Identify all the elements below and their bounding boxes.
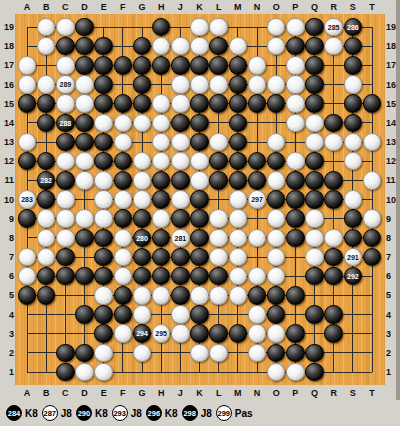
stone-S6[interactable]: 292 (344, 267, 363, 286)
recent-moves-bar: 284K8287J8290K8293J8296K8298J8299Pas (6, 401, 396, 425)
column-label-G: G (135, 1, 149, 13)
column-label-M: M (231, 387, 245, 399)
stone-M11[interactable] (229, 171, 248, 190)
stone-P16[interactable] (286, 75, 305, 94)
stone-D15[interactable] (75, 94, 94, 113)
stone-M15[interactable] (229, 94, 248, 113)
stone-M8[interactable] (229, 229, 248, 248)
stone-C9[interactable] (56, 209, 75, 228)
stone-C14[interactable]: 288 (56, 114, 75, 133)
stone-A16[interactable] (18, 75, 37, 94)
stone-H5[interactable] (152, 286, 171, 305)
stone-O11[interactable] (267, 171, 286, 190)
move-287-location: J8 (61, 408, 72, 419)
stone-D4[interactable] (75, 305, 94, 324)
row-label-3: 3 (1, 328, 14, 340)
column-label-K: K (193, 387, 207, 399)
stone-R14[interactable] (324, 114, 343, 133)
move-298-location: J8 (201, 408, 212, 419)
stone-J3[interactable] (171, 324, 190, 343)
stone-D14[interactable] (75, 114, 94, 133)
stone-D19[interactable] (75, 18, 94, 37)
stone-L15[interactable] (209, 94, 228, 113)
row-label-11: 11 (1, 174, 14, 186)
stone-S15[interactable] (344, 94, 363, 113)
row-label-19: 19 (1, 21, 14, 33)
row-label-7: 7 (1, 251, 14, 263)
stone-P15[interactable] (286, 94, 305, 113)
stone-G10[interactable] (133, 190, 152, 209)
column-label-Q: Q (308, 387, 322, 399)
stone-P19[interactable] (286, 18, 305, 37)
stone-C16[interactable]: 289 (56, 75, 75, 94)
column-label-H: H (154, 387, 168, 399)
move-299-location: Pas (235, 408, 253, 419)
stone-F8[interactable] (114, 229, 133, 248)
stone-N15[interactable] (248, 94, 267, 113)
stone-F11[interactable] (114, 171, 133, 190)
stone-M3[interactable] (229, 324, 248, 343)
stone-N16[interactable] (248, 75, 267, 94)
stone-L11[interactable] (209, 171, 228, 190)
stone-N11[interactable] (248, 171, 267, 190)
stone-B16[interactable] (37, 75, 56, 94)
stone-C13[interactable] (56, 133, 75, 152)
stone-Q10[interactable] (305, 190, 324, 209)
stone-E17[interactable] (94, 56, 113, 75)
move-number-label: 294 (134, 325, 151, 342)
row-label-14: 14 (1, 117, 14, 129)
stone-M14[interactable] (229, 114, 248, 133)
stone-N17[interactable] (248, 56, 267, 75)
move-287-white-stone-icon: 287 (42, 405, 58, 421)
stone-N10[interactable]: 297 (248, 190, 267, 209)
stone-G15[interactable] (133, 94, 152, 113)
stone-P3[interactable] (286, 324, 305, 343)
stone-Q6[interactable] (305, 267, 324, 286)
stone-K9[interactable] (190, 209, 209, 228)
stone-T9[interactable] (363, 209, 382, 228)
move-298-black-stone-icon: 298 (182, 405, 198, 421)
stone-Q9[interactable] (305, 209, 324, 228)
stone-P18[interactable] (286, 37, 305, 56)
column-label-D: D (78, 1, 92, 13)
stone-J4[interactable] (171, 305, 190, 324)
stone-L7[interactable] (209, 248, 228, 267)
stone-K17[interactable] (190, 56, 209, 75)
stone-L3[interactable] (209, 324, 228, 343)
stone-Q7[interactable] (305, 248, 324, 267)
stone-F5[interactable] (114, 286, 133, 305)
move-296-black-stone-icon: 296 (146, 405, 162, 421)
stone-P2[interactable] (286, 344, 305, 363)
move-number-label: 289 (57, 76, 74, 93)
column-label-E: E (97, 1, 111, 13)
row-label-2: 2 (1, 347, 14, 359)
stone-G16[interactable] (133, 75, 152, 94)
stone-C6[interactable] (56, 267, 75, 286)
stone-Q12[interactable] (305, 152, 324, 171)
column-label-R: R (327, 1, 341, 13)
stone-A5[interactable] (18, 286, 37, 305)
stone-D1[interactable] (75, 363, 94, 382)
stone-A15[interactable] (18, 94, 37, 113)
stone-C8[interactable] (56, 229, 75, 248)
column-label-A: A (20, 1, 34, 13)
stone-M17[interactable] (229, 56, 248, 75)
stone-N5[interactable] (248, 286, 267, 305)
stone-E15[interactable] (94, 94, 113, 113)
stone-C1[interactable] (56, 363, 75, 382)
stone-E5[interactable] (94, 286, 113, 305)
stone-K10[interactable] (190, 190, 209, 209)
stone-S17[interactable] (344, 56, 363, 75)
stone-J6[interactable] (171, 267, 190, 286)
stone-D12[interactable] (75, 152, 94, 171)
stone-T11[interactable] (363, 171, 382, 190)
stone-S7[interactable]: 291 (344, 248, 363, 267)
stone-E8[interactable] (94, 229, 113, 248)
stone-E11[interactable] (94, 171, 113, 190)
column-label-N: N (250, 387, 264, 399)
row-label-1: 1 (1, 366, 14, 378)
stone-J15[interactable] (171, 94, 190, 113)
stone-J14[interactable] (171, 114, 190, 133)
stone-J12[interactable] (171, 152, 190, 171)
column-label-N: N (250, 1, 264, 13)
stone-H3[interactable]: 295 (152, 324, 171, 343)
move-entry-290: 290K8 (76, 405, 108, 421)
stone-R3[interactable] (324, 324, 343, 343)
stone-R13[interactable] (324, 133, 343, 152)
stone-L8[interactable] (209, 229, 228, 248)
move-299-white-stone-icon: 299 (216, 405, 232, 421)
stone-K6[interactable] (190, 267, 209, 286)
stone-P10[interactable] (286, 190, 305, 209)
stone-K11[interactable] (190, 171, 209, 190)
stone-P8[interactable] (286, 229, 305, 248)
stone-J11[interactable] (171, 171, 190, 190)
stone-M10[interactable] (229, 190, 248, 209)
move-number-label: 285 (325, 19, 342, 36)
stone-C19[interactable] (56, 18, 75, 37)
stone-B5[interactable] (37, 286, 56, 305)
stone-E7[interactable] (94, 248, 113, 267)
stone-K12[interactable] (190, 152, 209, 171)
stone-F15[interactable] (114, 94, 133, 113)
stone-G11[interactable] (133, 171, 152, 190)
stone-F9[interactable] (114, 209, 133, 228)
column-label-J: J (173, 1, 187, 13)
stone-L13[interactable] (209, 133, 228, 152)
stone-C17[interactable] (56, 56, 75, 75)
column-label-L: L (212, 387, 226, 399)
stone-C7[interactable] (56, 248, 75, 267)
stone-E9[interactable] (94, 209, 113, 228)
stone-G3[interactable]: 294 (133, 324, 152, 343)
column-label-T: T (365, 1, 379, 13)
stone-S8[interactable] (344, 229, 363, 248)
stone-L2[interactable] (209, 344, 228, 363)
stone-P9[interactable] (286, 209, 305, 228)
stone-B10[interactable] (37, 190, 56, 209)
row-label-17: 17 (1, 59, 14, 71)
stone-Q17[interactable] (305, 56, 324, 75)
stone-G17[interactable] (133, 56, 152, 75)
stone-T15[interactable] (363, 94, 382, 113)
stone-R7[interactable] (324, 248, 343, 267)
stone-R11[interactable] (324, 171, 343, 190)
column-label-O: O (269, 1, 283, 13)
stone-G5[interactable] (133, 286, 152, 305)
move-number-label: 297 (249, 191, 266, 208)
column-label-P: P (288, 1, 302, 13)
stone-K15[interactable] (190, 94, 209, 113)
column-label-S: S (346, 387, 360, 399)
move-entry-287: 287J8 (42, 405, 72, 421)
stone-N3[interactable] (248, 324, 267, 343)
stone-P5[interactable] (286, 286, 305, 305)
stone-L5[interactable] (209, 286, 228, 305)
column-label-A: A (20, 387, 34, 399)
stone-D6[interactable] (75, 267, 94, 286)
stone-E4[interactable] (94, 305, 113, 324)
stone-O5[interactable] (267, 286, 286, 305)
move-number-label: 288 (57, 115, 74, 132)
column-label-G: G (135, 387, 149, 399)
move-entry-296: 296K8 (146, 405, 178, 421)
row-label-8: 8 (1, 232, 14, 244)
stone-D17[interactable] (75, 56, 94, 75)
stone-R4[interactable] (324, 305, 343, 324)
stone-H17[interactable] (152, 56, 171, 75)
row-label-9: 9 (1, 213, 14, 225)
move-number-label: 283 (19, 191, 36, 208)
go-app-window: ABCDEFGHJKLMNOPQRST ABCDEFGHJKLMNOPQRST … (0, 0, 400, 426)
move-number-label: 282 (38, 172, 55, 189)
stone-K13[interactable] (190, 133, 209, 152)
stone-P14[interactable] (286, 114, 305, 133)
stone-J10[interactable] (171, 190, 190, 209)
move-293-white-stone-icon: 293 (112, 405, 128, 421)
stone-M9[interactable] (229, 209, 248, 228)
stone-Q1[interactable] (305, 363, 324, 382)
stone-P1[interactable] (286, 363, 305, 382)
move-number-label: 280 (134, 230, 151, 247)
column-label-B: B (39, 387, 53, 399)
stone-E1[interactable] (94, 363, 113, 382)
column-label-J: J (173, 387, 187, 399)
grid-line-vertical (372, 27, 373, 372)
stone-F3[interactable] (114, 324, 133, 343)
stone-G9[interactable] (133, 209, 152, 228)
move-number-label: 295 (153, 325, 170, 342)
row-label-16: 16 (1, 79, 14, 91)
stone-S19[interactable]: 286 (344, 18, 363, 37)
stone-C18[interactable] (56, 37, 75, 56)
stone-J13[interactable] (171, 133, 190, 152)
stone-G4[interactable] (133, 305, 152, 324)
stone-S9[interactable] (344, 209, 363, 228)
column-label-O: O (269, 387, 283, 399)
stone-D9[interactable] (75, 209, 94, 228)
stone-O16[interactable] (267, 75, 286, 94)
stone-E14[interactable] (94, 114, 113, 133)
stone-C10[interactable] (56, 190, 75, 209)
stone-C15[interactable] (56, 94, 75, 113)
stone-D16[interactable] (75, 75, 94, 94)
stone-Q11[interactable] (305, 171, 324, 190)
column-label-P: P (288, 387, 302, 399)
column-label-Q: Q (308, 1, 322, 13)
move-number-label: 281 (172, 230, 189, 247)
column-label-B: B (39, 1, 53, 13)
stone-P17[interactable] (286, 56, 305, 75)
row-label-10: 10 (1, 194, 14, 206)
stone-J7[interactable] (171, 248, 190, 267)
column-label-E: E (97, 387, 111, 399)
stone-O4[interactable] (267, 305, 286, 324)
move-284-location: K8 (25, 408, 38, 419)
column-label-C: C (58, 387, 72, 399)
move-entry-284: 284K8 (6, 405, 38, 421)
stone-K4[interactable] (190, 305, 209, 324)
stone-S14[interactable] (344, 114, 363, 133)
move-entry-298: 298J8 (182, 405, 212, 421)
column-label-R: R (327, 387, 341, 399)
move-number-label: 286 (345, 19, 362, 36)
column-label-L: L (212, 1, 226, 13)
stone-M16[interactable] (229, 75, 248, 94)
stone-F10[interactable] (114, 190, 133, 209)
stone-F14[interactable] (114, 114, 133, 133)
stone-A17[interactable] (18, 56, 37, 75)
move-290-location: K8 (95, 408, 108, 419)
stone-E2[interactable] (94, 344, 113, 363)
stone-C11[interactable] (56, 171, 75, 190)
move-284-black-stone-icon: 284 (6, 405, 22, 421)
stone-N4[interactable] (248, 305, 267, 324)
stone-H10[interactable] (152, 190, 171, 209)
move-number-label: 291 (345, 249, 362, 266)
stone-J8[interactable]: 281 (171, 229, 190, 248)
stone-L19[interactable] (209, 18, 228, 37)
stone-K18[interactable] (190, 37, 209, 56)
stone-K2[interactable] (190, 344, 209, 363)
stone-P11[interactable] (286, 171, 305, 190)
stone-A9[interactable] (18, 209, 37, 228)
stone-K19[interactable] (190, 18, 209, 37)
stone-F4[interactable] (114, 305, 133, 324)
stone-G8[interactable]: 280 (133, 229, 152, 248)
column-label-T: T (365, 387, 379, 399)
column-label-H: H (154, 1, 168, 13)
column-label-K: K (193, 1, 207, 13)
stone-D2[interactable] (75, 344, 94, 363)
stone-Q18[interactable] (305, 37, 324, 56)
stone-Q13[interactable] (305, 133, 324, 152)
stone-J16[interactable] (171, 75, 190, 94)
stone-K14[interactable] (190, 114, 209, 133)
stone-Q15[interactable] (305, 94, 324, 113)
stone-E10[interactable] (94, 190, 113, 209)
stone-Q4[interactable] (305, 305, 324, 324)
stone-L16[interactable] (209, 75, 228, 94)
stone-D13[interactable] (75, 133, 94, 152)
stone-F17[interactable] (114, 56, 133, 75)
stone-D8[interactable] (75, 229, 94, 248)
column-label-M: M (231, 1, 245, 13)
move-296-location: K8 (165, 408, 178, 419)
stone-K5[interactable] (190, 286, 209, 305)
stone-E3[interactable] (94, 324, 113, 343)
stone-L17[interactable] (209, 56, 228, 75)
stone-S16[interactable] (344, 75, 363, 94)
stone-C12[interactable] (56, 152, 75, 171)
stone-J9[interactable] (171, 209, 190, 228)
stone-R8[interactable] (324, 229, 343, 248)
row-label-15: 15 (1, 98, 14, 110)
stone-K3[interactable] (190, 324, 209, 343)
column-label-S: S (346, 1, 360, 13)
stone-B11[interactable]: 282 (37, 171, 56, 190)
stone-Q14[interactable] (305, 114, 324, 133)
row-label-4: 4 (1, 309, 14, 321)
column-label-D: D (78, 387, 92, 399)
stone-K7[interactable] (190, 248, 209, 267)
stone-J18[interactable] (171, 37, 190, 56)
stone-Q16[interactable] (305, 75, 324, 94)
stone-O10[interactable] (267, 190, 286, 209)
stone-M5[interactable] (229, 286, 248, 305)
stone-D11[interactable] (75, 171, 94, 190)
stone-Q19[interactable] (305, 18, 324, 37)
stone-Q8[interactable] (305, 229, 324, 248)
stone-K8[interactable] (190, 229, 209, 248)
move-number-label: 292 (345, 268, 362, 285)
stone-D18[interactable] (75, 37, 94, 56)
stone-E16[interactable] (94, 75, 113, 94)
stone-A10[interactable]: 283 (18, 190, 37, 209)
row-label-13: 13 (1, 136, 14, 148)
row-label-5: 5 (1, 289, 14, 301)
column-label-F: F (116, 387, 130, 399)
stone-J5[interactable] (171, 286, 190, 305)
stone-L9[interactable] (209, 209, 228, 228)
move-entry-293: 293J8 (112, 405, 142, 421)
column-label-F: F (116, 1, 130, 13)
stone-S10[interactable] (344, 190, 363, 209)
stone-P12[interactable] (286, 152, 305, 171)
stone-K16[interactable] (190, 75, 209, 94)
move-293-location: J8 (131, 408, 142, 419)
stone-J17[interactable] (171, 56, 190, 75)
move-290-black-stone-icon: 290 (76, 405, 92, 421)
row-label-12: 12 (1, 155, 14, 167)
row-label-18: 18 (1, 40, 14, 52)
column-label-C: C (58, 1, 72, 13)
stone-Q2[interactable] (305, 344, 324, 363)
row-label-6: 6 (1, 270, 14, 282)
window-edge-strip (396, 0, 400, 400)
stone-H11[interactable] (152, 171, 171, 190)
stone-E13[interactable] (94, 133, 113, 152)
stone-C2[interactable] (56, 344, 75, 363)
move-entry-299: 299Pas (216, 405, 253, 421)
stone-R19[interactable]: 285 (324, 18, 343, 37)
stone-R10[interactable] (324, 190, 343, 209)
